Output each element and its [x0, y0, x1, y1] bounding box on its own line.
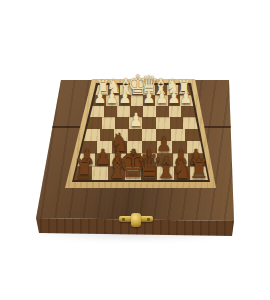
brass-clasp	[119, 212, 153, 230]
board-row-6	[0, 0, 270, 300]
clasp-latch	[131, 213, 141, 227]
clasp-screw-icon	[122, 218, 125, 221]
clasp-screw-icon	[147, 218, 150, 221]
chess-set-product-photo: ♜♞♝♚♛♝♞♜♟♟♟♟♟♟♟♟♞♟♟♟♟♟♟♟♟♜♝♚♛♝♞♜	[0, 0, 270, 300]
chess-board	[0, 0, 270, 300]
